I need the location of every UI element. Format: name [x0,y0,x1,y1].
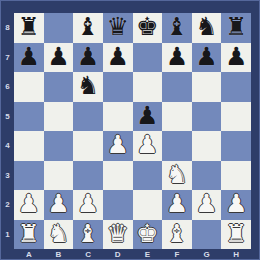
piece-black-queen[interactable]: ♛ [106,14,128,39]
square-e3[interactable] [133,161,163,191]
file-labels: ABCDEFGH [14,249,251,260]
square-h4[interactable] [221,131,251,161]
square-h5[interactable] [221,102,251,132]
piece-white-knight[interactable]: ♞ [166,162,188,187]
square-a4[interactable] [14,131,44,161]
piece-white-bishop[interactable]: ♝ [166,221,188,246]
piece-black-rook[interactable]: ♜ [18,14,40,39]
rank-label-5: 5 [1,102,14,132]
square-c7[interactable]: ♟ [73,43,103,73]
file-label-d: D [103,249,133,260]
square-a5[interactable] [14,102,44,132]
piece-white-pawn[interactable]: ♟ [106,132,128,157]
piece-black-bishop[interactable]: ♝ [77,14,99,39]
square-b2[interactable]: ♟ [44,190,74,220]
file-label-a: A [14,249,44,260]
square-e1[interactable]: ♚ [133,220,163,250]
square-c2[interactable]: ♟ [73,190,103,220]
square-g8[interactable]: ♞ [192,13,222,43]
square-a3[interactable] [14,161,44,191]
square-e6[interactable] [133,72,163,102]
square-a6[interactable] [14,72,44,102]
square-d2[interactable] [103,190,133,220]
square-a2[interactable]: ♟ [14,190,44,220]
square-e7[interactable] [133,43,163,73]
piece-black-knight[interactable]: ♞ [195,14,217,39]
piece-white-pawn[interactable]: ♟ [47,191,69,216]
piece-white-pawn[interactable]: ♟ [18,191,40,216]
piece-black-rook[interactable]: ♜ [225,14,247,39]
square-f4[interactable] [162,131,192,161]
piece-white-rook[interactable]: ♜ [18,221,40,246]
square-c8[interactable]: ♝ [73,13,103,43]
piece-black-pawn[interactable]: ♟ [136,103,158,128]
piece-black-pawn[interactable]: ♟ [47,44,69,69]
piece-black-pawn[interactable]: ♟ [195,44,217,69]
piece-black-knight[interactable]: ♞ [77,73,99,98]
piece-black-pawn[interactable]: ♟ [225,44,247,69]
piece-black-bishop[interactable]: ♝ [166,14,188,39]
piece-white-pawn[interactable]: ♟ [225,191,247,216]
square-h2[interactable]: ♟ [221,190,251,220]
piece-black-pawn[interactable]: ♟ [166,44,188,69]
square-h7[interactable]: ♟ [221,43,251,73]
square-e4[interactable]: ♟ [133,131,163,161]
square-f1[interactable]: ♝ [162,220,192,250]
rank-label-8: 8 [1,13,14,43]
square-g3[interactable] [192,161,222,191]
piece-white-rook[interactable]: ♜ [225,221,247,246]
rank-label-3: 3 [1,161,14,191]
square-a1[interactable]: ♜ [14,220,44,250]
rank-label-7: 7 [1,43,14,73]
piece-white-pawn[interactable]: ♟ [166,191,188,216]
square-c4[interactable] [73,131,103,161]
square-g7[interactable]: ♟ [192,43,222,73]
square-b6[interactable] [44,72,74,102]
square-d6[interactable] [103,72,133,102]
file-label-g: G [192,249,222,260]
piece-black-pawn[interactable]: ♟ [77,44,99,69]
square-d1[interactable]: ♛ [103,220,133,250]
square-g1[interactable] [192,220,222,250]
square-g6[interactable] [192,72,222,102]
square-f2[interactable]: ♟ [162,190,192,220]
square-g4[interactable] [192,131,222,161]
square-f5[interactable] [162,102,192,132]
piece-white-bishop[interactable]: ♝ [77,221,99,246]
square-f3[interactable]: ♞ [162,161,192,191]
square-c5[interactable] [73,102,103,132]
rank-label-6: 6 [1,72,14,102]
piece-white-knight[interactable]: ♞ [47,221,69,246]
file-label-f: F [162,249,192,260]
square-e8[interactable]: ♚ [133,13,163,43]
square-f8[interactable]: ♝ [162,13,192,43]
piece-white-pawn[interactable]: ♟ [195,191,217,216]
piece-black-king[interactable]: ♚ [136,14,158,39]
piece-black-pawn[interactable]: ♟ [18,44,40,69]
square-h3[interactable] [221,161,251,191]
piece-white-pawn[interactable]: ♟ [77,191,99,216]
file-label-c: C [73,249,103,260]
square-f7[interactable]: ♟ [162,43,192,73]
square-a7[interactable]: ♟ [14,43,44,73]
square-d4[interactable]: ♟ [103,131,133,161]
square-a8[interactable]: ♜ [14,13,44,43]
square-b3[interactable] [44,161,74,191]
square-c3[interactable] [73,161,103,191]
square-b8[interactable] [44,13,74,43]
rank-label-1: 1 [1,220,14,250]
square-h8[interactable]: ♜ [221,13,251,43]
square-b1[interactable]: ♞ [44,220,74,250]
square-e5[interactable]: ♟ [133,102,163,132]
file-label-h: H [221,249,251,260]
square-e2[interactable] [133,190,163,220]
square-b7[interactable]: ♟ [44,43,74,73]
piece-white-pawn[interactable]: ♟ [136,132,158,157]
square-d3[interactable] [103,161,133,191]
square-c6[interactable]: ♞ [73,72,103,102]
square-h6[interactable] [221,72,251,102]
file-label-e: E [133,249,163,260]
piece-white-king[interactable]: ♚ [136,221,158,246]
square-g5[interactable] [192,102,222,132]
rank-label-4: 4 [1,131,14,161]
square-d8[interactable]: ♛ [103,13,133,43]
square-c1[interactable]: ♝ [73,220,103,250]
file-label-b: B [44,249,74,260]
piece-black-pawn[interactable]: ♟ [106,44,128,69]
chess-board[interactable]: ♜♝♛♚♝♞♜♟♟♟♟♟♟♟♞♟♟♟♞♟♟♟♟♟♟♜♞♝♛♚♝♜ [14,13,251,249]
rank-label-2: 2 [1,190,14,220]
rank-labels: 87654321 [1,13,14,249]
chess-board-frame: 87654321 ♜♝♛♚♝♞♜♟♟♟♟♟♟♟♞♟♟♟♞♟♟♟♟♟♟♜♞♝♛♚♝… [0,0,260,260]
square-d5[interactable] [103,102,133,132]
square-h1[interactable]: ♜ [221,220,251,250]
square-b4[interactable] [44,131,74,161]
square-g2[interactable]: ♟ [192,190,222,220]
square-b5[interactable] [44,102,74,132]
square-f6[interactable] [162,72,192,102]
piece-white-queen[interactable]: ♛ [106,221,128,246]
square-d7[interactable]: ♟ [103,43,133,73]
